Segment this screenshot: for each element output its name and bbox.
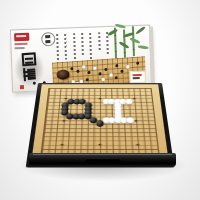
- bamboo-leaf: [137, 45, 148, 50]
- front-edge-highlight: [33, 154, 172, 155]
- printed-black-stone: [104, 68, 107, 71]
- printed-black-stone: [120, 70, 123, 73]
- ink-splash-calligraphy: [14, 50, 45, 87]
- printed-white-stone: [102, 78, 105, 81]
- board-front-edge: [29, 153, 176, 167]
- star-point: [135, 120, 138, 122]
- star-point: [64, 98, 67, 100]
- white-stone: [125, 99, 133, 105]
- printed-white-stone: [126, 65, 129, 68]
- bamboo-leaf: [129, 37, 140, 44]
- printed-black-stone: [76, 70, 79, 73]
- text-column: [89, 33, 92, 61]
- text-column: [98, 32, 101, 50]
- brand-logo: [14, 33, 29, 42]
- star-point: [133, 98, 136, 100]
- text-column: [64, 33, 67, 59]
- bamboo-leaf: [135, 26, 146, 35]
- red-seal-stamp: [20, 85, 24, 89]
- black-stone: [96, 121, 104, 127]
- printed-black-stone: [115, 64, 118, 67]
- star-point: [98, 144, 101, 146]
- calligraphy-glyph-wei: [22, 52, 37, 66]
- brand-logo-subtext2: [15, 47, 25, 49]
- calligraphy-glyph-qi: [22, 67, 37, 81]
- printed-black-stone: [86, 78, 89, 81]
- printed-white-stone: [110, 73, 113, 76]
- text-column: [81, 33, 84, 55]
- star-point: [136, 144, 140, 146]
- bamboo-leaf: [107, 28, 118, 36]
- white-stone: [126, 117, 134, 123]
- printed-white-stone: [82, 65, 85, 68]
- printed-white-stone: [93, 67, 96, 70]
- printed-black-stone: [136, 62, 139, 65]
- star-point: [62, 120, 65, 122]
- circular-emblem: [41, 32, 55, 46]
- box-info-label: [129, 71, 145, 84]
- printed-black-stone: [33, 82, 36, 85]
- drawer-handle-notch: [85, 158, 121, 164]
- printed-black-stone: [98, 72, 101, 75]
- star-point: [98, 98, 101, 100]
- star-point: [60, 144, 64, 146]
- product-photo: [0, 0, 200, 200]
- box-side-panel: [149, 26, 155, 86]
- text-column: [56, 34, 59, 64]
- brand-logo-subtext: [14, 43, 27, 45]
- board-grid: [40, 88, 160, 159]
- printed-black-stone: [70, 67, 73, 70]
- printed-black-stone: [87, 71, 90, 74]
- printed-black-stone: [115, 76, 118, 79]
